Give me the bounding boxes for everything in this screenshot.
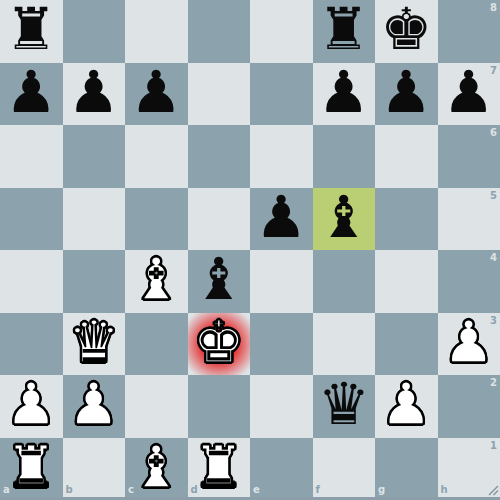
square-c7[interactable]: ♟: [125, 63, 188, 126]
square-d7[interactable]: [188, 63, 251, 126]
black-rook[interactable]: ♜: [5, 0, 57, 61]
black-pawn[interactable]: ♟: [380, 61, 432, 124]
square-a5[interactable]: [0, 188, 63, 251]
white-pawn[interactable]: ♟: [380, 373, 432, 436]
rank-label-1: 1: [490, 440, 497, 451]
square-h3[interactable]: ♟3: [438, 313, 500, 376]
square-a3[interactable]: [0, 313, 63, 376]
square-b1[interactable]: b: [63, 438, 126, 500]
rank-label-8: 8: [490, 2, 497, 13]
square-e7[interactable]: [250, 63, 313, 126]
white-rook[interactable]: ♜: [5, 436, 57, 499]
square-b8[interactable]: [63, 0, 126, 63]
square-e6[interactable]: [250, 125, 313, 188]
square-g6[interactable]: [375, 125, 438, 188]
square-e5[interactable]: ♟: [250, 188, 313, 251]
square-c4[interactable]: ♝: [125, 250, 188, 313]
file-label-f: f: [316, 484, 320, 495]
rank-label-5: 5: [490, 190, 497, 201]
rank-label-6: 6: [490, 127, 497, 138]
square-d2[interactable]: [188, 375, 251, 438]
white-pawn[interactable]: ♟: [68, 373, 120, 436]
square-g5[interactable]: [375, 188, 438, 251]
black-pawn[interactable]: ♟: [443, 61, 495, 124]
square-f8[interactable]: ♜: [313, 0, 376, 63]
square-a6[interactable]: [0, 125, 63, 188]
square-f1[interactable]: f: [313, 438, 376, 500]
file-label-b: b: [66, 484, 73, 495]
square-e1[interactable]: e: [250, 438, 313, 500]
square-c1[interactable]: ♝c: [125, 438, 188, 500]
square-h4[interactable]: 4: [438, 250, 500, 313]
rank-label-4: 4: [490, 252, 497, 263]
white-pawn[interactable]: ♟: [443, 311, 495, 374]
square-e3[interactable]: [250, 313, 313, 376]
square-a4[interactable]: [0, 250, 63, 313]
square-f7[interactable]: ♟: [313, 63, 376, 126]
white-pawn[interactable]: ♟: [5, 373, 57, 436]
square-g8[interactable]: ♚: [375, 0, 438, 63]
square-f2[interactable]: ♛: [313, 375, 376, 438]
square-h2[interactable]: 2: [438, 375, 500, 438]
square-a8[interactable]: ♜: [0, 0, 63, 63]
square-d3[interactable]: ♚: [188, 313, 251, 376]
square-e4[interactable]: [250, 250, 313, 313]
square-h6[interactable]: 6: [438, 125, 500, 188]
square-b5[interactable]: [63, 188, 126, 251]
file-label-h: h: [441, 484, 448, 495]
square-d4[interactable]: ♝: [188, 250, 251, 313]
white-rook[interactable]: ♜: [193, 436, 245, 499]
square-d8[interactable]: [188, 0, 251, 63]
black-pawn[interactable]: ♟: [5, 61, 57, 124]
square-h7[interactable]: ♟7: [438, 63, 500, 126]
black-king[interactable]: ♚: [380, 0, 432, 61]
file-label-g: g: [378, 484, 385, 495]
square-g1[interactable]: g: [375, 438, 438, 500]
black-bishop[interactable]: ♝: [318, 186, 370, 249]
black-pawn[interactable]: ♟: [318, 61, 370, 124]
black-pawn[interactable]: ♟: [68, 61, 120, 124]
square-b3[interactable]: ♛: [63, 313, 126, 376]
square-f4[interactable]: [313, 250, 376, 313]
square-h8[interactable]: 8: [438, 0, 500, 63]
square-h5[interactable]: 5: [438, 188, 500, 251]
square-e8[interactable]: [250, 0, 313, 63]
black-pawn[interactable]: ♟: [255, 186, 307, 249]
square-d1[interactable]: ♜d: [188, 438, 251, 500]
square-d6[interactable]: [188, 125, 251, 188]
square-a1[interactable]: ♜a: [0, 438, 63, 500]
square-c5[interactable]: [125, 188, 188, 251]
square-a7[interactable]: ♟: [0, 63, 63, 126]
square-c2[interactable]: [125, 375, 188, 438]
square-g2[interactable]: ♟: [375, 375, 438, 438]
square-b6[interactable]: [63, 125, 126, 188]
black-bishop[interactable]: ♝: [193, 248, 245, 311]
square-b4[interactable]: [63, 250, 126, 313]
square-e2[interactable]: [250, 375, 313, 438]
rank-label-2: 2: [490, 377, 497, 388]
square-c6[interactable]: [125, 125, 188, 188]
board-resize-handle[interactable]: [488, 485, 499, 496]
square-f5[interactable]: ♝: [313, 188, 376, 251]
square-a2[interactable]: ♟: [0, 375, 63, 438]
square-g7[interactable]: ♟: [375, 63, 438, 126]
white-king[interactable]: ♚: [193, 311, 245, 374]
square-b7[interactable]: ♟: [63, 63, 126, 126]
black-pawn[interactable]: ♟: [130, 61, 182, 124]
chess-board: ♜♜♚8♟♟♟♟♟♟76♟♝5♝♝4♛♚♟3♟♟♛♟2♜ab♝c♜defg1h: [0, 0, 500, 500]
black-rook[interactable]: ♜: [318, 0, 370, 61]
white-bishop[interactable]: ♝: [130, 248, 182, 311]
file-label-e: e: [253, 484, 260, 495]
square-c8[interactable]: [125, 0, 188, 63]
white-bishop[interactable]: ♝: [130, 436, 182, 499]
square-f6[interactable]: [313, 125, 376, 188]
square-f3[interactable]: [313, 313, 376, 376]
square-g3[interactable]: [375, 313, 438, 376]
black-queen[interactable]: ♛: [318, 373, 370, 436]
square-b2[interactable]: ♟: [63, 375, 126, 438]
square-g4[interactable]: [375, 250, 438, 313]
square-d5[interactable]: [188, 188, 251, 251]
square-c3[interactable]: [125, 313, 188, 376]
white-queen[interactable]: ♛: [68, 311, 120, 374]
